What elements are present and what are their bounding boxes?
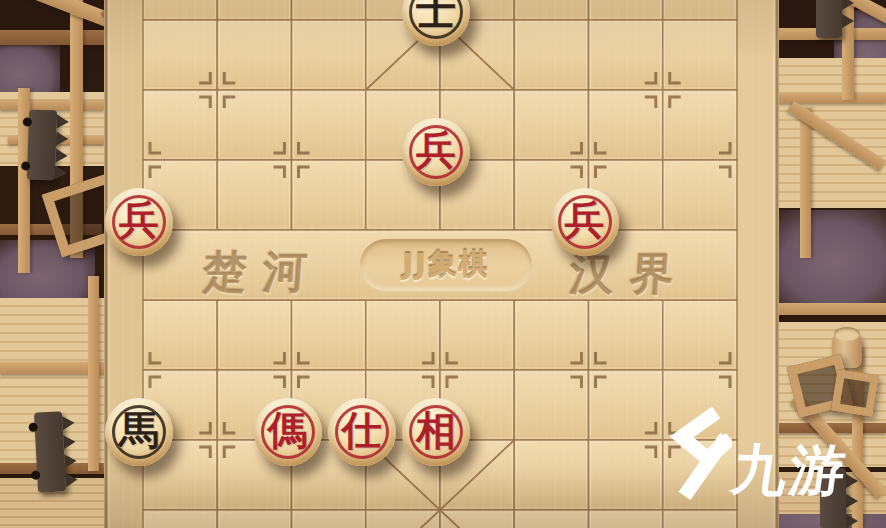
piece-red-elephant[interactable]: 相 (402, 398, 470, 466)
piece-red-pawn[interactable]: 兵 (551, 188, 619, 256)
piece-glyph: 士 (416, 0, 456, 30)
river-label-left: 楚河 (201, 243, 325, 302)
jj-xiangqi-logo-text: JJ象棋 (402, 245, 490, 285)
piece-glyph: 馬 (119, 410, 159, 450)
piece-glyph: 兵 (119, 200, 159, 240)
piece-glyph: 兵 (416, 130, 456, 170)
piece-red-pawn[interactable]: 兵 (402, 118, 470, 186)
piece-glyph: 相 (416, 410, 456, 450)
piece-glyph: 仕 (342, 410, 382, 450)
piece-glyph: 兵 (565, 200, 605, 240)
piece-red-horse[interactable]: 傌 (254, 398, 322, 466)
jj-xiangqi-logo: JJ象棋 (360, 239, 532, 291)
piece-red-pawn[interactable]: 兵 (105, 188, 173, 256)
piece-black-horse[interactable]: 馬 (105, 398, 173, 466)
piece-red-advisor[interactable]: 仕 (328, 398, 396, 466)
piece-glyph: 傌 (268, 410, 308, 450)
game-screen: 楚河 汉界 JJ象棋 士兵兵兵馬傌仕相 九游 (0, 0, 886, 528)
